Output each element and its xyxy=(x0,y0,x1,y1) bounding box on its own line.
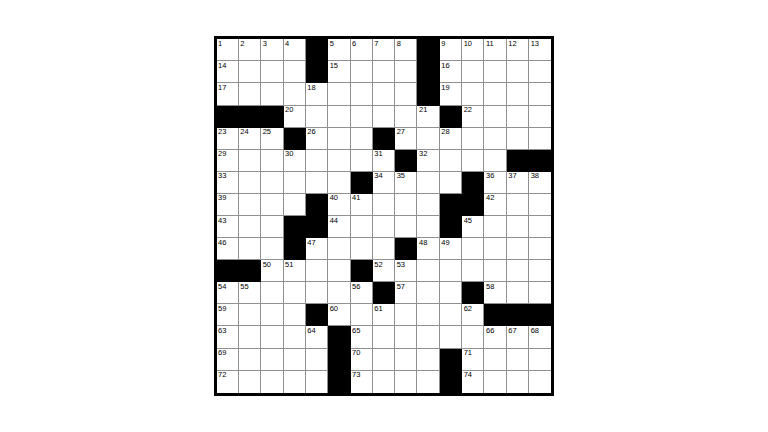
clue-number-25: 25 xyxy=(263,128,271,136)
clue-number-73: 73 xyxy=(352,371,360,379)
clue-number-23: 23 xyxy=(218,128,226,136)
cell-r9c2[interactable] xyxy=(239,216,261,238)
cell-r15c13[interactable] xyxy=(484,349,506,371)
cell-r11c6[interactable] xyxy=(328,260,350,282)
cell-r14c4[interactable] xyxy=(284,326,306,348)
clue-number-70: 70 xyxy=(352,349,360,357)
clue-number-50: 50 xyxy=(263,261,271,269)
clue-number-58: 58 xyxy=(486,283,494,291)
cell-r3c7[interactable] xyxy=(351,83,373,105)
cell-r13c11[interactable] xyxy=(440,304,462,326)
cell-r16c15[interactable] xyxy=(529,371,551,393)
cell-r12c14[interactable] xyxy=(507,282,529,304)
clue-number-15: 15 xyxy=(330,62,338,70)
clue-number-47: 47 xyxy=(307,239,315,247)
cell-r4c9[interactable] xyxy=(395,106,417,128)
clue-number-71: 71 xyxy=(464,349,472,357)
cell-r2c4[interactable] xyxy=(284,61,306,83)
clue-number-44: 44 xyxy=(330,217,338,225)
clue-number-48: 48 xyxy=(419,239,427,247)
black-cell-r8c5 xyxy=(306,194,328,216)
cell-r14c14[interactable]: 67 xyxy=(507,326,529,348)
cell-r12c7[interactable]: 56 xyxy=(351,282,373,304)
cell-r4c4[interactable]: 20 xyxy=(284,106,306,128)
cell-r6c8[interactable]: 31 xyxy=(373,150,395,172)
cell-r2c7[interactable] xyxy=(351,61,373,83)
cell-r5c14[interactable] xyxy=(507,128,529,150)
cell-r1c13[interactable]: 11 xyxy=(484,39,506,61)
clue-number-27: 27 xyxy=(397,128,405,136)
cell-r10c8[interactable] xyxy=(373,238,395,260)
black-cell-r7c12 xyxy=(462,172,484,194)
cell-r3c3[interactable] xyxy=(261,83,283,105)
cell-r5c13[interactable] xyxy=(484,128,506,150)
cell-r16c1[interactable]: 72 xyxy=(217,371,239,393)
cell-r15c4[interactable] xyxy=(284,349,306,371)
cell-r15c1[interactable]: 69 xyxy=(217,349,239,371)
cell-r5c11[interactable]: 28 xyxy=(440,128,462,150)
cell-r10c5[interactable]: 47 xyxy=(306,238,328,260)
cell-r9c8[interactable] xyxy=(373,216,395,238)
cell-r6c2[interactable] xyxy=(239,150,261,172)
cell-r9c1[interactable]: 43 xyxy=(217,216,239,238)
cell-r7c5[interactable] xyxy=(306,172,328,194)
clue-number-41: 41 xyxy=(352,194,360,202)
cell-r10c15[interactable] xyxy=(529,238,551,260)
cell-r5c10[interactable] xyxy=(417,128,439,150)
clue-number-4: 4 xyxy=(285,40,289,48)
cell-r2c11[interactable]: 16 xyxy=(440,61,462,83)
black-cell-r5c4 xyxy=(284,128,306,150)
cell-r11c13[interactable] xyxy=(484,260,506,282)
clue-number-36: 36 xyxy=(486,172,494,180)
cell-r15c9[interactable] xyxy=(395,349,417,371)
cell-r16c10[interactable] xyxy=(417,371,439,393)
clue-number-33: 33 xyxy=(218,172,226,180)
cell-r10c1[interactable]: 46 xyxy=(217,238,239,260)
cell-r15c3[interactable] xyxy=(261,349,283,371)
cell-r6c3[interactable] xyxy=(261,150,283,172)
cell-r1c2[interactable]: 2 xyxy=(239,39,261,61)
cell-r8c14[interactable] xyxy=(507,194,529,216)
cell-r14c13[interactable]: 66 xyxy=(484,326,506,348)
cell-r5c2[interactable]: 24 xyxy=(239,128,261,150)
cell-r4c6[interactable] xyxy=(328,106,350,128)
cell-r9c13[interactable] xyxy=(484,216,506,238)
cell-r14c1[interactable]: 63 xyxy=(217,326,239,348)
cell-r9c9[interactable] xyxy=(395,216,417,238)
cell-r8c15[interactable] xyxy=(529,194,551,216)
clue-number-49: 49 xyxy=(441,239,449,247)
cell-r1c3[interactable]: 3 xyxy=(261,39,283,61)
cell-r11c14[interactable] xyxy=(507,260,529,282)
black-cell-r4c1 xyxy=(217,106,239,128)
clue-number-14: 14 xyxy=(218,62,226,70)
page: 1234567891011121314151617181920212223242… xyxy=(0,0,768,432)
cell-r6c12[interactable] xyxy=(462,150,484,172)
clue-number-1: 1 xyxy=(218,40,222,48)
cell-r5c12[interactable] xyxy=(462,128,484,150)
cell-r1c8[interactable]: 7 xyxy=(373,39,395,61)
cell-r7c1[interactable]: 33 xyxy=(217,172,239,194)
clue-number-2: 2 xyxy=(240,40,244,48)
clue-number-17: 17 xyxy=(218,84,226,92)
clue-number-64: 64 xyxy=(307,327,315,335)
cell-r14c15[interactable]: 68 xyxy=(529,326,551,348)
cell-r2c8[interactable] xyxy=(373,61,395,83)
black-cell-r9c5 xyxy=(306,216,328,238)
black-cell-r12c8 xyxy=(373,282,395,304)
cell-r14c2[interactable] xyxy=(239,326,261,348)
cell-r12c1[interactable]: 54 xyxy=(217,282,239,304)
cell-r15c7[interactable]: 70 xyxy=(351,349,373,371)
black-cell-r6c14 xyxy=(507,150,529,172)
black-cell-r13c13 xyxy=(484,304,506,326)
cell-r12c6[interactable] xyxy=(328,282,350,304)
black-cell-r15c6 xyxy=(328,349,350,371)
cell-r3c2[interactable] xyxy=(239,83,261,105)
clue-number-43: 43 xyxy=(218,217,226,225)
cell-r11c5[interactable] xyxy=(306,260,328,282)
cell-r10c12[interactable] xyxy=(462,238,484,260)
cell-r4c8[interactable] xyxy=(373,106,395,128)
clue-number-29: 29 xyxy=(218,150,226,158)
cell-r5c7[interactable] xyxy=(351,128,373,150)
cell-r13c12[interactable]: 62 xyxy=(462,304,484,326)
cell-r11c4[interactable]: 51 xyxy=(284,260,306,282)
cell-r8c9[interactable] xyxy=(395,194,417,216)
cell-r11c8[interactable]: 52 xyxy=(373,260,395,282)
clue-number-3: 3 xyxy=(263,40,267,48)
clue-number-8: 8 xyxy=(397,40,401,48)
cell-r1c9[interactable]: 8 xyxy=(395,39,417,61)
clue-number-68: 68 xyxy=(531,327,539,335)
cell-r3c11[interactable]: 19 xyxy=(440,83,462,105)
cell-r3c1[interactable]: 17 xyxy=(217,83,239,105)
cell-r12c13[interactable]: 58 xyxy=(484,282,506,304)
clue-number-57: 57 xyxy=(397,283,405,291)
cell-r11c15[interactable] xyxy=(529,260,551,282)
black-cell-r5c8 xyxy=(373,128,395,150)
cell-r14c7[interactable]: 65 xyxy=(351,326,373,348)
black-cell-r13c5 xyxy=(306,304,328,326)
cell-r6c6[interactable] xyxy=(328,150,350,172)
clue-number-5: 5 xyxy=(330,40,334,48)
clue-number-12: 12 xyxy=(508,40,516,48)
black-cell-r11c7 xyxy=(351,260,373,282)
cell-r12c4[interactable] xyxy=(284,282,306,304)
clue-number-60: 60 xyxy=(330,305,338,313)
cell-r1c1[interactable]: 1 xyxy=(217,39,239,61)
cell-r10c10[interactable]: 48 xyxy=(417,238,439,260)
cell-r16c5[interactable] xyxy=(306,371,328,393)
clue-number-30: 30 xyxy=(285,150,293,158)
cell-r4c10[interactable]: 21 xyxy=(417,106,439,128)
cell-r15c10[interactable] xyxy=(417,349,439,371)
cell-r7c11[interactable] xyxy=(440,172,462,194)
cell-r12c2[interactable]: 55 xyxy=(239,282,261,304)
cell-r8c1[interactable]: 39 xyxy=(217,194,239,216)
cell-r6c4[interactable]: 30 xyxy=(284,150,306,172)
black-cell-r9c4 xyxy=(284,216,306,238)
clue-number-9: 9 xyxy=(441,40,445,48)
cell-r6c11[interactable] xyxy=(440,150,462,172)
cell-r10c13[interactable] xyxy=(484,238,506,260)
cell-r1c6[interactable]: 5 xyxy=(328,39,350,61)
cell-r11c12[interactable] xyxy=(462,260,484,282)
cell-r7c14[interactable]: 37 xyxy=(507,172,529,194)
cell-r3c14[interactable] xyxy=(507,83,529,105)
clue-number-54: 54 xyxy=(218,283,226,291)
cell-r12c15[interactable] xyxy=(529,282,551,304)
cell-r2c12[interactable] xyxy=(462,61,484,83)
cell-r14c5[interactable]: 64 xyxy=(306,326,328,348)
cell-r4c15[interactable] xyxy=(529,106,551,128)
cell-r14c12[interactable] xyxy=(462,326,484,348)
clue-number-22: 22 xyxy=(464,106,472,114)
cell-r16c3[interactable] xyxy=(261,371,283,393)
cell-r2c9[interactable] xyxy=(395,61,417,83)
cell-r16c7[interactable]: 73 xyxy=(351,371,373,393)
cell-r3c6[interactable] xyxy=(328,83,350,105)
cell-r1c7[interactable]: 6 xyxy=(351,39,373,61)
cell-r8c8[interactable] xyxy=(373,194,395,216)
clue-number-46: 46 xyxy=(218,239,226,247)
cell-r13c4[interactable] xyxy=(284,304,306,326)
clue-number-6: 6 xyxy=(352,40,356,48)
cell-r14c11[interactable] xyxy=(440,326,462,348)
cell-r2c3[interactable] xyxy=(261,61,283,83)
cell-r11c10[interactable] xyxy=(417,260,439,282)
cell-r5c5[interactable]: 26 xyxy=(306,128,328,150)
cell-r8c3[interactable] xyxy=(261,194,283,216)
cell-r6c5[interactable] xyxy=(306,150,328,172)
cell-r7c15[interactable]: 38 xyxy=(529,172,551,194)
cell-r1c11[interactable]: 9 xyxy=(440,39,462,61)
cell-r11c9[interactable]: 53 xyxy=(395,260,417,282)
clue-number-38: 38 xyxy=(531,172,539,180)
cell-r15c2[interactable] xyxy=(239,349,261,371)
cell-r4c12[interactable]: 22 xyxy=(462,106,484,128)
cell-r10c11[interactable]: 49 xyxy=(440,238,462,260)
cell-r15c15[interactable] xyxy=(529,349,551,371)
cell-r2c2[interactable] xyxy=(239,61,261,83)
cell-r7c3[interactable] xyxy=(261,172,283,194)
clue-number-39: 39 xyxy=(218,194,226,202)
cell-r11c11[interactable] xyxy=(440,260,462,282)
black-cell-r13c14 xyxy=(507,304,529,326)
cell-r14c8[interactable] xyxy=(373,326,395,348)
clue-number-56: 56 xyxy=(352,283,360,291)
black-cell-r8c12 xyxy=(462,194,484,216)
black-cell-r13c15 xyxy=(529,304,551,326)
clue-number-59: 59 xyxy=(218,305,226,313)
cell-r8c10[interactable] xyxy=(417,194,439,216)
clue-number-13: 13 xyxy=(531,40,539,48)
black-cell-r10c9 xyxy=(395,238,417,260)
cell-r15c8[interactable] xyxy=(373,349,395,371)
cell-r2c14[interactable] xyxy=(507,61,529,83)
cell-r4c5[interactable] xyxy=(306,106,328,128)
cell-r8c4[interactable] xyxy=(284,194,306,216)
black-cell-r1c5 xyxy=(306,39,328,61)
cell-r13c3[interactable] xyxy=(261,304,283,326)
cell-r15c5[interactable] xyxy=(306,349,328,371)
cell-r12c11[interactable] xyxy=(440,282,462,304)
cell-r16c14[interactable] xyxy=(507,371,529,393)
clue-number-19: 19 xyxy=(441,84,449,92)
cell-r16c13[interactable] xyxy=(484,371,506,393)
clue-number-67: 67 xyxy=(508,327,516,335)
clue-number-51: 51 xyxy=(285,261,293,269)
cell-r14c10[interactable] xyxy=(417,326,439,348)
cell-r13c1[interactable]: 59 xyxy=(217,304,239,326)
clue-number-34: 34 xyxy=(374,172,382,180)
cell-r10c6[interactable] xyxy=(328,238,350,260)
cell-r2c15[interactable] xyxy=(529,61,551,83)
clue-number-37: 37 xyxy=(508,172,516,180)
cell-r16c12[interactable]: 74 xyxy=(462,371,484,393)
cell-r6c13[interactable] xyxy=(484,150,506,172)
cell-r3c15[interactable] xyxy=(529,83,551,105)
cell-r9c15[interactable] xyxy=(529,216,551,238)
black-cell-r11c1 xyxy=(217,260,239,282)
cell-r1c14[interactable]: 12 xyxy=(507,39,529,61)
cell-r2c6[interactable]: 15 xyxy=(328,61,350,83)
black-cell-r4c2 xyxy=(239,106,261,128)
black-cell-r4c11 xyxy=(440,106,462,128)
clue-number-53: 53 xyxy=(397,261,405,269)
cell-r3c12[interactable] xyxy=(462,83,484,105)
cell-r7c10[interactable] xyxy=(417,172,439,194)
cell-r4c14[interactable] xyxy=(507,106,529,128)
cell-r3c8[interactable] xyxy=(373,83,395,105)
cell-r13c10[interactable] xyxy=(417,304,439,326)
cell-r7c2[interactable] xyxy=(239,172,261,194)
clue-number-42: 42 xyxy=(486,194,494,202)
cell-r1c4[interactable]: 4 xyxy=(284,39,306,61)
clue-number-65: 65 xyxy=(352,327,360,335)
cell-r15c14[interactable] xyxy=(507,349,529,371)
cell-r12c10[interactable] xyxy=(417,282,439,304)
cell-r3c5[interactable]: 18 xyxy=(306,83,328,105)
cell-r5c3[interactable]: 25 xyxy=(261,128,283,150)
cell-r10c7[interactable] xyxy=(351,238,373,260)
black-cell-r10c4 xyxy=(284,238,306,260)
cell-r11c3[interactable]: 50 xyxy=(261,260,283,282)
black-cell-r9c11 xyxy=(440,216,462,238)
clue-number-31: 31 xyxy=(374,150,382,158)
clue-number-24: 24 xyxy=(240,128,248,136)
cell-r16c2[interactable] xyxy=(239,371,261,393)
cell-r6c1[interactable]: 29 xyxy=(217,150,239,172)
black-cell-r6c15 xyxy=(529,150,551,172)
cell-r8c13[interactable]: 42 xyxy=(484,194,506,216)
clue-number-28: 28 xyxy=(441,128,449,136)
black-cell-r12c12 xyxy=(462,282,484,304)
cell-r9c12[interactable]: 45 xyxy=(462,216,484,238)
cell-r15c12[interactable]: 71 xyxy=(462,349,484,371)
cell-r13c6[interactable]: 60 xyxy=(328,304,350,326)
cell-r16c8[interactable] xyxy=(373,371,395,393)
cell-r7c4[interactable] xyxy=(284,172,306,194)
black-cell-r7c7 xyxy=(351,172,373,194)
clue-number-66: 66 xyxy=(486,327,494,335)
clue-number-11: 11 xyxy=(486,40,494,48)
cell-r14c3[interactable] xyxy=(261,326,283,348)
cell-r9c3[interactable] xyxy=(261,216,283,238)
black-cell-r2c10 xyxy=(417,61,439,83)
clue-number-35: 35 xyxy=(397,172,405,180)
cell-r2c13[interactable] xyxy=(484,61,506,83)
cell-r12c5[interactable] xyxy=(306,282,328,304)
cell-r9c14[interactable] xyxy=(507,216,529,238)
cell-r8c2[interactable] xyxy=(239,194,261,216)
cell-r3c9[interactable] xyxy=(395,83,417,105)
cell-r4c13[interactable] xyxy=(484,106,506,128)
cell-r1c15[interactable]: 13 xyxy=(529,39,551,61)
cell-r5c1[interactable]: 23 xyxy=(217,128,239,150)
cell-r9c7[interactable] xyxy=(351,216,373,238)
cell-r12c3[interactable] xyxy=(261,282,283,304)
cell-r16c9[interactable] xyxy=(395,371,417,393)
cell-r13c7[interactable] xyxy=(351,304,373,326)
clue-number-16: 16 xyxy=(441,62,449,70)
cell-r3c4[interactable] xyxy=(284,83,306,105)
clue-number-21: 21 xyxy=(419,106,427,114)
cell-r5c15[interactable] xyxy=(529,128,551,150)
clue-number-69: 69 xyxy=(218,349,226,357)
cell-r6c10[interactable]: 32 xyxy=(417,150,439,172)
clue-number-61: 61 xyxy=(374,305,382,313)
black-cell-r11c2 xyxy=(239,260,261,282)
cell-r13c9[interactable] xyxy=(395,304,417,326)
cell-r10c14[interactable] xyxy=(507,238,529,260)
clue-number-18: 18 xyxy=(307,84,315,92)
cell-r5c6[interactable] xyxy=(328,128,350,150)
black-cell-r4c3 xyxy=(261,106,283,128)
cell-r4c7[interactable] xyxy=(351,106,373,128)
cell-r7c13[interactable]: 36 xyxy=(484,172,506,194)
clue-number-20: 20 xyxy=(285,106,293,114)
cell-r10c2[interactable] xyxy=(239,238,261,260)
cell-r8c7[interactable]: 41 xyxy=(351,194,373,216)
cell-r10c3[interactable] xyxy=(261,238,283,260)
black-cell-r6c9 xyxy=(395,150,417,172)
cell-r12c9[interactable]: 57 xyxy=(395,282,417,304)
cell-r13c8[interactable]: 61 xyxy=(373,304,395,326)
cell-r3c13[interactable] xyxy=(484,83,506,105)
clue-number-10: 10 xyxy=(464,40,472,48)
cell-r5c9[interactable]: 27 xyxy=(395,128,417,150)
black-cell-r15c11 xyxy=(440,349,462,371)
cell-r7c9[interactable]: 35 xyxy=(395,172,417,194)
cell-r7c8[interactable]: 34 xyxy=(373,172,395,194)
cell-r9c10[interactable] xyxy=(417,216,439,238)
cell-r8c6[interactable]: 40 xyxy=(328,194,350,216)
cell-r9c6[interactable]: 44 xyxy=(328,216,350,238)
cell-r13c2[interactable] xyxy=(239,304,261,326)
board-area: 1234567891011121314151617181920212223242… xyxy=(0,0,768,432)
cell-r2c1[interactable]: 14 xyxy=(217,61,239,83)
cell-r16c4[interactable] xyxy=(284,371,306,393)
cell-r6c7[interactable] xyxy=(351,150,373,172)
cell-r14c9[interactable] xyxy=(395,326,417,348)
cell-r1c12[interactable]: 10 xyxy=(462,39,484,61)
black-cell-r16c6 xyxy=(328,371,350,393)
cell-r7c6[interactable] xyxy=(328,172,350,194)
clue-number-72: 72 xyxy=(218,371,226,379)
